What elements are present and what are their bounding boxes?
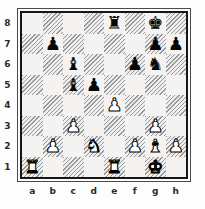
square-h3[interactable] <box>166 116 187 137</box>
square-c3[interactable]: ♟︎ <box>63 116 84 137</box>
white-pawn-piece: ♟︎ <box>168 136 184 157</box>
white-rook-piece: ♜︎ <box>24 156 40 177</box>
square-d3[interactable] <box>84 116 105 137</box>
rank-label-3: 3 <box>0 116 15 137</box>
file-label-g: g <box>145 186 166 198</box>
square-f5[interactable] <box>125 75 146 96</box>
square-c2[interactable] <box>63 136 84 157</box>
white-bishop-piece: ♝︎ <box>147 136 163 157</box>
square-f1[interactable] <box>125 157 146 178</box>
square-h5[interactable] <box>166 75 187 96</box>
square-b6[interactable] <box>43 54 64 75</box>
square-b1[interactable] <box>43 157 64 178</box>
square-g5[interactable] <box>145 75 166 96</box>
square-b8[interactable] <box>43 13 64 34</box>
square-c6[interactable]: ♝︎ <box>63 54 84 75</box>
square-g1[interactable]: ♚︎ <box>145 157 166 178</box>
rank-label-4: 4 <box>0 95 15 116</box>
square-g7[interactable]: ♟︎ <box>145 34 166 55</box>
black-rook-piece: ♜︎ <box>106 13 122 34</box>
square-c1[interactable] <box>63 157 84 178</box>
square-g4[interactable] <box>145 95 166 116</box>
square-e6[interactable] <box>104 54 125 75</box>
rank-label-1: 1 <box>0 157 15 178</box>
square-a7[interactable] <box>22 34 43 55</box>
square-a3[interactable] <box>22 116 43 137</box>
square-f6[interactable]: ♟︎ <box>125 54 146 75</box>
rank-label-5: 5 <box>0 75 15 96</box>
square-e5[interactable] <box>104 75 125 96</box>
black-pawn-piece: ♟︎ <box>45 33 61 54</box>
board-frame: ♜︎♚︎♟︎♟︎♟︎♝︎♟︎♞︎♝︎♟︎♟︎♟︎♟︎♟︎♞︎♟︎♝︎♟︎♜︎♜︎… <box>17 8 191 182</box>
rank-label-6: 6 <box>0 54 15 75</box>
square-d8[interactable] <box>84 13 105 34</box>
square-b2[interactable]: ♟︎ <box>43 136 64 157</box>
white-pawn-piece: ♟︎ <box>147 115 163 136</box>
square-d6[interactable] <box>84 54 105 75</box>
rank-label-8: 8 <box>0 13 15 34</box>
black-knight-piece: ♞︎ <box>147 54 163 75</box>
square-f4[interactable] <box>125 95 146 116</box>
square-g3[interactable]: ♟︎ <box>145 116 166 137</box>
square-b7[interactable]: ♟︎ <box>43 34 64 55</box>
white-pawn-piece: ♟︎ <box>45 136 61 157</box>
file-label-h: h <box>166 186 187 198</box>
square-d2[interactable]: ♞︎ <box>84 136 105 157</box>
white-rook-piece: ♜︎ <box>106 156 122 177</box>
square-g2[interactable]: ♝︎ <box>145 136 166 157</box>
square-d5[interactable]: ♟︎ <box>84 75 105 96</box>
rank-labels: 87654321 <box>0 13 15 177</box>
white-pawn-piece: ♟︎ <box>65 115 81 136</box>
square-h1[interactable] <box>166 157 187 178</box>
square-h8[interactable] <box>166 13 187 34</box>
square-b5[interactable] <box>43 75 64 96</box>
square-d4[interactable] <box>84 95 105 116</box>
square-c4[interactable] <box>63 95 84 116</box>
black-bishop-piece: ♝︎ <box>65 74 81 95</box>
square-a6[interactable] <box>22 54 43 75</box>
black-king-piece: ♚︎ <box>147 13 163 34</box>
file-label-b: b <box>43 186 64 198</box>
square-e7[interactable] <box>104 34 125 55</box>
square-f8[interactable] <box>125 13 146 34</box>
square-a8[interactable] <box>22 13 43 34</box>
white-pawn-piece: ♟︎ <box>127 136 143 157</box>
square-a2[interactable] <box>22 136 43 157</box>
square-c5[interactable]: ♝︎ <box>63 75 84 96</box>
black-pawn-piece: ♟︎ <box>127 54 143 75</box>
square-e8[interactable]: ♜︎ <box>104 13 125 34</box>
square-g8[interactable]: ♚︎ <box>145 13 166 34</box>
white-pawn-piece: ♟︎ <box>106 95 122 116</box>
square-f7[interactable] <box>125 34 146 55</box>
file-label-a: a <box>22 186 43 198</box>
square-h4[interactable] <box>166 95 187 116</box>
square-b3[interactable] <box>43 116 64 137</box>
white-king-piece: ♚︎ <box>147 156 163 177</box>
file-label-d: d <box>84 186 105 198</box>
square-c8[interactable] <box>63 13 84 34</box>
square-h7[interactable]: ♟︎ <box>166 34 187 55</box>
file-label-f: f <box>125 186 146 198</box>
board-inner-border: ♜︎♚︎♟︎♟︎♟︎♝︎♟︎♞︎♝︎♟︎♟︎♟︎♟︎♟︎♞︎♟︎♝︎♟︎♜︎♜︎… <box>20 11 188 179</box>
rank-label-2: 2 <box>0 136 15 157</box>
black-pawn-piece: ♟︎ <box>86 74 102 95</box>
square-b4[interactable] <box>43 95 64 116</box>
square-d7[interactable] <box>84 34 105 55</box>
square-a1[interactable]: ♜︎ <box>22 157 43 178</box>
file-label-c: c <box>63 186 84 198</box>
square-e4[interactable]: ♟︎ <box>104 95 125 116</box>
black-pawn-piece: ♟︎ <box>147 33 163 54</box>
file-label-e: e <box>104 186 125 198</box>
square-e2[interactable] <box>104 136 125 157</box>
chess-board: ♜︎♚︎♟︎♟︎♟︎♝︎♟︎♞︎♝︎♟︎♟︎♟︎♟︎♟︎♞︎♟︎♝︎♟︎♜︎♜︎… <box>22 13 186 177</box>
square-f2[interactable]: ♟︎ <box>125 136 146 157</box>
black-pawn-piece: ♟︎ <box>168 33 184 54</box>
white-knight-piece: ♞︎ <box>86 136 102 157</box>
square-g6[interactable]: ♞︎ <box>145 54 166 75</box>
square-e3[interactable] <box>104 116 125 137</box>
black-bishop-piece: ♝︎ <box>65 54 81 75</box>
file-labels: abcdefgh <box>22 186 186 198</box>
rank-label-7: 7 <box>0 34 15 55</box>
square-a4[interactable] <box>22 95 43 116</box>
square-h6[interactable] <box>166 54 187 75</box>
square-c7[interactable] <box>63 34 84 55</box>
square-f3[interactable] <box>125 116 146 137</box>
square-d1[interactable] <box>84 157 105 178</box>
chess-diagram-page: 87654321 ♜︎♚︎♟︎♟︎♟︎♝︎♟︎♞︎♝︎♟︎♟︎♟︎♟︎♟︎♞︎♟… <box>0 0 205 209</box>
square-e1[interactable]: ♜︎ <box>104 157 125 178</box>
square-h2[interactable]: ♟︎ <box>166 136 187 157</box>
square-a5[interactable] <box>22 75 43 96</box>
